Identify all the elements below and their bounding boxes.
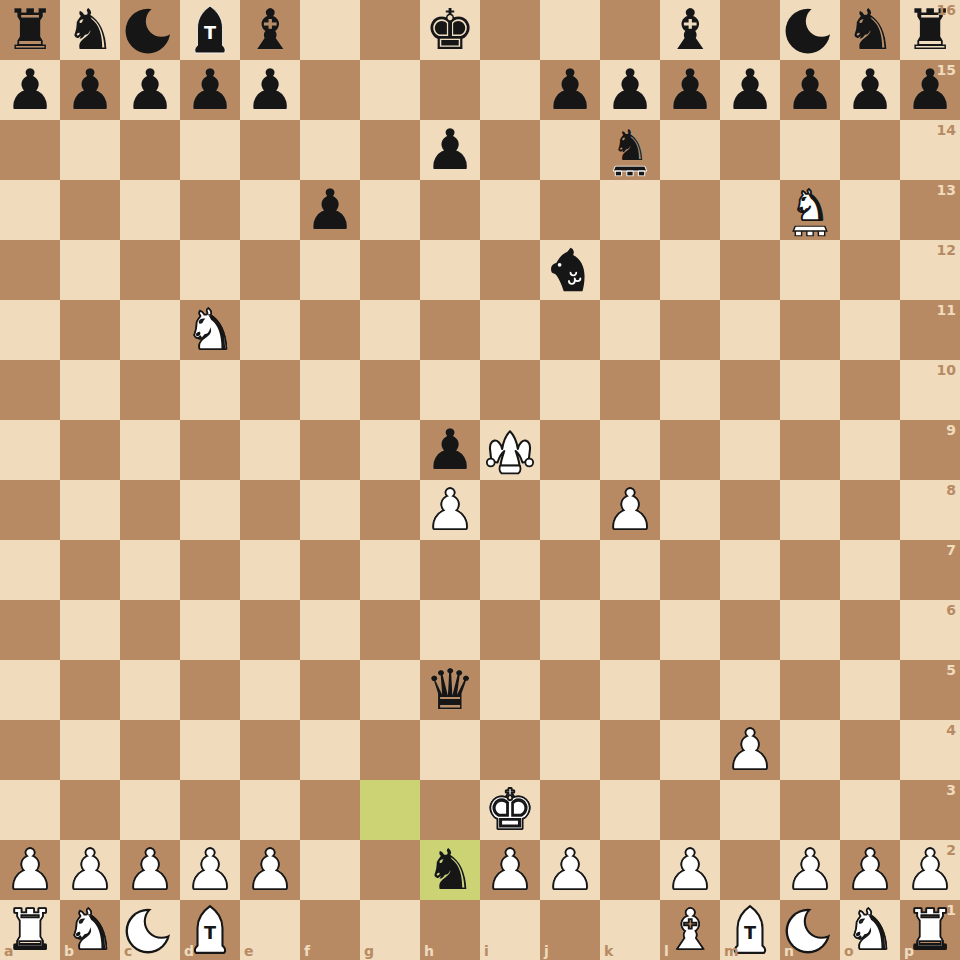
square-o9[interactable] [840,420,900,480]
square-h7[interactable] [420,540,480,600]
square-j1[interactable]: j [540,900,600,960]
black-pawn[interactable]: ♟ [900,60,960,120]
square-l4[interactable] [660,720,720,780]
white-pawn[interactable]: ♟ [720,720,780,780]
square-a14[interactable] [0,120,60,180]
square-j9[interactable] [540,420,600,480]
square-e12[interactable] [240,240,300,300]
square-l1[interactable]: ♝l [660,900,720,960]
black-pawn[interactable]: ♟ [60,60,120,120]
white-pawn[interactable]: ♟ [540,840,600,900]
square-d3[interactable] [180,780,240,840]
square-g16[interactable] [360,0,420,60]
square-d9[interactable] [180,420,240,480]
square-o13[interactable] [840,180,900,240]
black-pawn[interactable]: ♟ [240,60,300,120]
black-pawn[interactable]: ♟ [0,60,60,120]
square-a3[interactable] [0,780,60,840]
square-m6[interactable] [720,600,780,660]
black-pawn[interactable]: ♟ [600,60,660,120]
square-h11[interactable] [420,300,480,360]
square-k5[interactable] [600,660,660,720]
square-i3[interactable]: ♚ [480,780,540,840]
square-m10[interactable] [720,360,780,420]
square-g8[interactable] [360,480,420,540]
white-rook[interactable]: ♜ [0,900,60,960]
square-f1[interactable]: f [300,900,360,960]
square-n16[interactable] [780,0,840,60]
square-i11[interactable] [480,300,540,360]
square-m5[interactable] [720,660,780,720]
black-queen[interactable]: ♛ [420,660,480,720]
square-n14[interactable] [780,120,840,180]
square-d5[interactable] [180,660,240,720]
white-pawn[interactable]: ♟ [120,840,180,900]
black-bishop[interactable]: ♝ [660,0,720,60]
square-f9[interactable] [300,420,360,480]
black-knight[interactable]: ♞ [60,0,120,60]
square-a11[interactable] [0,300,60,360]
square-i12[interactable] [480,240,540,300]
square-k10[interactable] [600,360,660,420]
square-d12[interactable] [180,240,240,300]
black-pawn[interactable]: ♟ [720,60,780,120]
square-n9[interactable] [780,420,840,480]
black-tower[interactable] [180,0,240,60]
square-d13[interactable] [180,180,240,240]
square-g12[interactable] [360,240,420,300]
square-a9[interactable] [0,420,60,480]
square-n6[interactable] [780,600,840,660]
white-pawn[interactable]: ♟ [840,840,900,900]
square-e11[interactable] [240,300,300,360]
square-l15[interactable]: ♟ [660,60,720,120]
white-tower[interactable] [720,900,780,960]
square-p3[interactable]: 3 [900,780,960,840]
square-e5[interactable] [240,660,300,720]
square-a4[interactable] [0,720,60,780]
black-pawn[interactable]: ♟ [300,180,360,240]
square-l3[interactable] [660,780,720,840]
square-f7[interactable] [300,540,360,600]
square-g1[interactable]: g [360,900,420,960]
square-f2[interactable] [300,840,360,900]
square-g4[interactable] [360,720,420,780]
square-e8[interactable] [240,480,300,540]
square-i6[interactable] [480,600,540,660]
square-b13[interactable] [60,180,120,240]
white-king[interactable]: ♚ [480,780,540,840]
square-k14[interactable]: ♞ [600,120,660,180]
square-e3[interactable] [240,780,300,840]
square-j14[interactable] [540,120,600,180]
square-n11[interactable] [780,300,840,360]
square-o5[interactable] [840,660,900,720]
square-m13[interactable] [720,180,780,240]
square-a10[interactable] [0,360,60,420]
square-b14[interactable] [60,120,120,180]
square-n10[interactable] [780,360,840,420]
square-g11[interactable] [360,300,420,360]
black-moon[interactable] [780,0,840,60]
square-p5[interactable]: 5 [900,660,960,720]
square-c7[interactable] [120,540,180,600]
square-g7[interactable] [360,540,420,600]
square-m3[interactable] [720,780,780,840]
square-a15[interactable]: ♟ [0,60,60,120]
white-moon[interactable] [780,900,840,960]
square-k11[interactable] [600,300,660,360]
black-pawn[interactable]: ♟ [660,60,720,120]
square-g15[interactable] [360,60,420,120]
square-i9[interactable] [480,420,540,480]
black-pawn[interactable]: ♟ [780,60,840,120]
square-p16[interactable]: ♜16 [900,0,960,60]
square-o4[interactable] [840,720,900,780]
square-f6[interactable] [300,600,360,660]
white-chancellor[interactable]: ♞ [780,180,840,240]
square-a5[interactable] [0,660,60,720]
square-o1[interactable]: ♞o [840,900,900,960]
black-rook[interactable]: ♜ [0,0,60,60]
square-d6[interactable] [180,600,240,660]
square-c1[interactable]: c [120,900,180,960]
square-c15[interactable]: ♟ [120,60,180,120]
white-knight[interactable]: ♞ [60,900,120,960]
square-p13[interactable]: 13 [900,180,960,240]
square-l5[interactable] [660,660,720,720]
square-c3[interactable] [120,780,180,840]
black-king[interactable]: ♚ [420,0,480,60]
square-p7[interactable]: 7 [900,540,960,600]
square-n2[interactable]: ♟ [780,840,840,900]
square-l8[interactable] [660,480,720,540]
square-o11[interactable] [840,300,900,360]
black-pawn[interactable]: ♟ [420,120,480,180]
square-i13[interactable] [480,180,540,240]
square-d15[interactable]: ♟ [180,60,240,120]
square-e1[interactable]: e [240,900,300,960]
square-b4[interactable] [60,720,120,780]
square-p10[interactable]: 10 [900,360,960,420]
square-l14[interactable] [660,120,720,180]
square-e14[interactable] [240,120,300,180]
square-j6[interactable] [540,600,600,660]
square-d2[interactable]: ♟ [180,840,240,900]
square-b11[interactable] [60,300,120,360]
square-n13[interactable]: ♞ [780,180,840,240]
square-j3[interactable] [540,780,600,840]
square-k16[interactable] [600,0,660,60]
square-o14[interactable] [840,120,900,180]
square-f11[interactable] [300,300,360,360]
square-k8[interactable]: ♟ [600,480,660,540]
square-p1[interactable]: ♜1p [900,900,960,960]
square-c9[interactable] [120,420,180,480]
square-c2[interactable]: ♟ [120,840,180,900]
square-l6[interactable] [660,600,720,660]
square-a13[interactable] [0,180,60,240]
square-h3[interactable] [420,780,480,840]
white-pawn[interactable]: ♟ [600,480,660,540]
square-b6[interactable] [60,600,120,660]
square-n15[interactable]: ♟ [780,60,840,120]
square-d8[interactable] [180,480,240,540]
square-d16[interactable] [180,0,240,60]
white-jester[interactable] [480,420,540,480]
square-h5[interactable]: ♛ [420,660,480,720]
square-e4[interactable] [240,720,300,780]
square-m7[interactable] [720,540,780,600]
square-c13[interactable] [120,180,180,240]
square-g6[interactable] [360,600,420,660]
square-h4[interactable] [420,720,480,780]
square-g14[interactable] [360,120,420,180]
square-e16[interactable]: ♝ [240,0,300,60]
square-j11[interactable] [540,300,600,360]
square-d10[interactable] [180,360,240,420]
square-i8[interactable] [480,480,540,540]
square-b15[interactable]: ♟ [60,60,120,120]
square-d4[interactable] [180,720,240,780]
square-i10[interactable] [480,360,540,420]
square-f14[interactable] [300,120,360,180]
square-l9[interactable] [660,420,720,480]
square-o3[interactable] [840,780,900,840]
square-p15[interactable]: ♟15 [900,60,960,120]
white-tower[interactable] [180,900,240,960]
square-a7[interactable] [0,540,60,600]
square-k2[interactable] [600,840,660,900]
square-e15[interactable]: ♟ [240,60,300,120]
square-a16[interactable]: ♜ [0,0,60,60]
square-d7[interactable] [180,540,240,600]
square-n5[interactable] [780,660,840,720]
square-p9[interactable]: 9 [900,420,960,480]
square-j12[interactable] [540,240,600,300]
square-k7[interactable] [600,540,660,600]
square-b16[interactable]: ♞ [60,0,120,60]
square-o8[interactable] [840,480,900,540]
square-k4[interactable] [600,720,660,780]
square-e2[interactable]: ♟ [240,840,300,900]
square-k9[interactable] [600,420,660,480]
square-d11[interactable]: ♞ [180,300,240,360]
square-g10[interactable] [360,360,420,420]
square-c8[interactable] [120,480,180,540]
square-g3[interactable] [360,780,420,840]
square-i7[interactable] [480,540,540,600]
square-h9[interactable]: ♟ [420,420,480,480]
square-j4[interactable] [540,720,600,780]
square-k6[interactable] [600,600,660,660]
square-c4[interactable] [120,720,180,780]
square-m16[interactable] [720,0,780,60]
square-m2[interactable] [720,840,780,900]
black-pawn[interactable]: ♟ [840,60,900,120]
square-j5[interactable] [540,660,600,720]
square-c10[interactable] [120,360,180,420]
square-f16[interactable] [300,0,360,60]
square-c5[interactable] [120,660,180,720]
square-k3[interactable] [600,780,660,840]
square-c16[interactable] [120,0,180,60]
square-c12[interactable] [120,240,180,300]
white-pawn[interactable]: ♟ [780,840,840,900]
square-h1[interactable]: h [420,900,480,960]
square-l7[interactable] [660,540,720,600]
square-m12[interactable] [720,240,780,300]
square-l10[interactable] [660,360,720,420]
square-m9[interactable] [720,420,780,480]
black-rook[interactable]: ♜ [900,0,960,60]
square-p8[interactable]: 8 [900,480,960,540]
square-n7[interactable] [780,540,840,600]
black-knight[interactable]: ♞ [840,0,900,60]
square-k1[interactable]: k [600,900,660,960]
white-pawn[interactable]: ♟ [480,840,540,900]
square-k13[interactable] [600,180,660,240]
square-b1[interactable]: ♞b [60,900,120,960]
square-i5[interactable] [480,660,540,720]
square-f8[interactable] [300,480,360,540]
square-h6[interactable] [420,600,480,660]
black-knight[interactable]: ♞ [420,840,480,900]
square-g13[interactable] [360,180,420,240]
square-p6[interactable]: 6 [900,600,960,660]
square-b10[interactable] [60,360,120,420]
square-l12[interactable] [660,240,720,300]
square-h16[interactable]: ♚ [420,0,480,60]
square-n1[interactable]: n [780,900,840,960]
square-o12[interactable] [840,240,900,300]
square-b7[interactable] [60,540,120,600]
black-pawn[interactable]: ♟ [120,60,180,120]
square-h2[interactable]: ♞ [420,840,480,900]
square-d14[interactable] [180,120,240,180]
square-n8[interactable] [780,480,840,540]
square-g9[interactable] [360,420,420,480]
square-c11[interactable] [120,300,180,360]
square-f13[interactable]: ♟ [300,180,360,240]
square-h15[interactable] [420,60,480,120]
square-h14[interactable]: ♟ [420,120,480,180]
square-b9[interactable] [60,420,120,480]
square-e13[interactable] [240,180,300,240]
black-pawn[interactable]: ♟ [180,60,240,120]
white-pawn[interactable]: ♟ [660,840,720,900]
square-p14[interactable]: 14 [900,120,960,180]
square-f15[interactable] [300,60,360,120]
square-p11[interactable]: 11 [900,300,960,360]
square-l11[interactable] [660,300,720,360]
square-n3[interactable] [780,780,840,840]
square-l2[interactable]: ♟ [660,840,720,900]
white-pawn[interactable]: ♟ [240,840,300,900]
square-j16[interactable] [540,0,600,60]
square-c6[interactable] [120,600,180,660]
black-pawn[interactable]: ♟ [420,420,480,480]
black-chancellor[interactable]: ♞ [600,120,660,180]
black-bishop[interactable]: ♝ [240,0,300,60]
square-f3[interactable] [300,780,360,840]
square-a1[interactable]: ♜a [0,900,60,960]
square-n12[interactable] [780,240,840,300]
white-pawn[interactable]: ♟ [0,840,60,900]
square-j8[interactable] [540,480,600,540]
square-j13[interactable] [540,180,600,240]
square-p2[interactable]: ♟2 [900,840,960,900]
square-o15[interactable]: ♟ [840,60,900,120]
square-j15[interactable]: ♟ [540,60,600,120]
square-i2[interactable]: ♟ [480,840,540,900]
square-c14[interactable] [120,120,180,180]
square-i15[interactable] [480,60,540,120]
square-o7[interactable] [840,540,900,600]
white-pawn[interactable]: ♟ [180,840,240,900]
square-p12[interactable]: 12 [900,240,960,300]
square-a2[interactable]: ♟ [0,840,60,900]
square-b5[interactable] [60,660,120,720]
square-o2[interactable]: ♟ [840,840,900,900]
square-l16[interactable]: ♝ [660,0,720,60]
square-o16[interactable]: ♞ [840,0,900,60]
white-moon[interactable] [120,900,180,960]
square-p4[interactable]: 4 [900,720,960,780]
square-m8[interactable] [720,480,780,540]
square-i1[interactable]: i [480,900,540,960]
square-e6[interactable] [240,600,300,660]
square-a6[interactable] [0,600,60,660]
square-f5[interactable] [300,660,360,720]
square-b12[interactable] [60,240,120,300]
square-f10[interactable] [300,360,360,420]
square-j2[interactable]: ♟ [540,840,600,900]
square-i14[interactable] [480,120,540,180]
square-e7[interactable] [240,540,300,600]
white-pawn[interactable]: ♟ [60,840,120,900]
white-bishop[interactable]: ♝ [660,900,720,960]
white-knight[interactable]: ♞ [180,300,240,360]
square-j7[interactable] [540,540,600,600]
square-m1[interactable]: m [720,900,780,960]
white-pawn[interactable]: ♟ [420,480,480,540]
square-h12[interactable] [420,240,480,300]
black-pawn[interactable]: ♟ [540,60,600,120]
square-f4[interactable] [300,720,360,780]
square-f12[interactable] [300,240,360,300]
square-i16[interactable] [480,0,540,60]
square-d1[interactable]: d [180,900,240,960]
black-moon[interactable] [120,0,180,60]
square-h10[interactable] [420,360,480,420]
square-h8[interactable]: ♟ [420,480,480,540]
square-e10[interactable] [240,360,300,420]
square-k12[interactable] [600,240,660,300]
square-o10[interactable] [840,360,900,420]
square-i4[interactable] [480,720,540,780]
square-b2[interactable]: ♟ [60,840,120,900]
square-m14[interactable] [720,120,780,180]
square-a12[interactable] [0,240,60,300]
square-l13[interactable] [660,180,720,240]
square-m4[interactable]: ♟ [720,720,780,780]
square-g5[interactable] [360,660,420,720]
white-rook[interactable]: ♜ [900,900,960,960]
square-h13[interactable] [420,180,480,240]
square-e9[interactable] [240,420,300,480]
square-a8[interactable] [0,480,60,540]
